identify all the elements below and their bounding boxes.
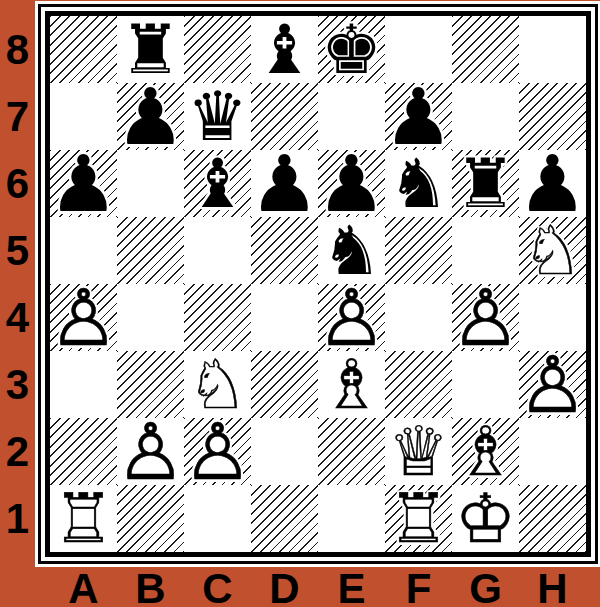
file-label-a: A: [50, 565, 117, 607]
square-f1[interactable]: ♜♖: [385, 485, 452, 552]
square-f7[interactable]: ♟♟: [385, 83, 452, 150]
square-a4[interactable]: ♟♙: [50, 284, 117, 351]
square-e7[interactable]: [318, 83, 385, 150]
piece-halo: ♟: [519, 351, 586, 418]
square-b3[interactable]: [117, 351, 184, 418]
white-pawn: ♙: [117, 418, 184, 485]
black-pawn: ♟: [385, 83, 452, 150]
square-d1[interactable]: [251, 485, 318, 552]
square-g4[interactable]: ♟♙: [452, 284, 519, 351]
piece-halo: ♟: [385, 83, 452, 150]
piece-halo: ♟: [50, 150, 117, 217]
chess-diagram: { "game": "chess", "position": { "fen": …: [0, 0, 600, 607]
square-c5[interactable]: [184, 217, 251, 284]
square-h5[interactable]: ♞♘: [519, 217, 586, 284]
white-pawn: ♙: [184, 418, 251, 485]
piece-halo: ♛: [385, 418, 452, 485]
square-c8[interactable]: [184, 16, 251, 83]
rank-label-1: 1: [0, 485, 35, 552]
piece-halo: ♞: [318, 217, 385, 284]
white-king: ♔: [452, 485, 519, 552]
piece-halo: ♟: [452, 284, 519, 351]
white-rook: ♖: [50, 485, 117, 552]
rank-label-2: 2: [0, 418, 35, 485]
white-queen: ♕: [385, 418, 452, 485]
square-a1[interactable]: ♜♖: [50, 485, 117, 552]
square-c6[interactable]: ♝♝: [184, 150, 251, 217]
piece-halo: ♜: [117, 16, 184, 83]
square-g8[interactable]: [452, 16, 519, 83]
square-e8[interactable]: ♚♚: [318, 16, 385, 83]
square-e6[interactable]: ♟♟: [318, 150, 385, 217]
square-f4[interactable]: [385, 284, 452, 351]
square-a3[interactable]: [50, 351, 117, 418]
square-d3[interactable]: [251, 351, 318, 418]
square-c3[interactable]: ♞♘: [184, 351, 251, 418]
square-f5[interactable]: [385, 217, 452, 284]
board-grid: ♜♜♝♝♚♚♟♟♛♛♟♟♟♟♝♝♟♟♟♟♞♞♜♜♟♟♞♞♞♘♟♙♟♙♟♙♞♘♝♗…: [50, 16, 586, 552]
file-label-b: B: [117, 565, 184, 607]
square-b8[interactable]: ♜♜: [117, 16, 184, 83]
piece-halo: ♞: [385, 150, 452, 217]
square-b4[interactable]: [117, 284, 184, 351]
square-d7[interactable]: [251, 83, 318, 150]
square-b6[interactable]: [117, 150, 184, 217]
square-d8[interactable]: ♝♝: [251, 16, 318, 83]
square-f6[interactable]: ♞♞: [385, 150, 452, 217]
square-h7[interactable]: [519, 83, 586, 150]
black-bishop: ♝: [184, 150, 251, 217]
square-b1[interactable]: [117, 485, 184, 552]
black-pawn: ♟: [318, 150, 385, 217]
square-h6[interactable]: ♟♟: [519, 150, 586, 217]
square-f8[interactable]: [385, 16, 452, 83]
square-a6[interactable]: ♟♟: [50, 150, 117, 217]
black-knight: ♞: [385, 150, 452, 217]
piece-halo: ♟: [50, 284, 117, 351]
rank-label-7: 7: [0, 83, 35, 150]
black-bishop: ♝: [251, 16, 318, 83]
square-g5[interactable]: [452, 217, 519, 284]
piece-halo: ♜: [452, 150, 519, 217]
white-pawn: ♙: [318, 284, 385, 351]
square-a2[interactable]: [50, 418, 117, 485]
file-label-c: C: [184, 565, 251, 607]
rank-label-3: 3: [0, 351, 35, 418]
white-knight: ♘: [184, 351, 251, 418]
square-d6[interactable]: ♟♟: [251, 150, 318, 217]
square-a7[interactable]: [50, 83, 117, 150]
square-e3[interactable]: ♝♗: [318, 351, 385, 418]
square-d4[interactable]: [251, 284, 318, 351]
piece-halo: ♟: [184, 418, 251, 485]
square-g1[interactable]: ♚♔: [452, 485, 519, 552]
piece-halo: ♞: [184, 351, 251, 418]
piece-halo: ♟: [117, 83, 184, 150]
white-pawn: ♙: [50, 284, 117, 351]
rank-labels: 87654321: [0, 16, 35, 552]
square-e5[interactable]: ♞♞: [318, 217, 385, 284]
file-label-g: G: [452, 565, 519, 607]
piece-halo: ♟: [117, 418, 184, 485]
square-a5[interactable]: [50, 217, 117, 284]
white-pawn: ♙: [519, 351, 586, 418]
file-labels: ABCDEFGH: [50, 565, 586, 605]
square-c2[interactable]: ♟♙: [184, 418, 251, 485]
file-label-h: H: [519, 565, 586, 607]
rank-label-5: 5: [0, 217, 35, 284]
square-b2[interactable]: ♟♙: [117, 418, 184, 485]
square-g2[interactable]: ♝♗: [452, 418, 519, 485]
square-g3[interactable]: [452, 351, 519, 418]
file-label-f: F: [385, 565, 452, 607]
piece-halo: ♜: [385, 485, 452, 552]
black-pawn: ♟: [251, 150, 318, 217]
square-e2[interactable]: [318, 418, 385, 485]
piece-halo: ♝: [251, 16, 318, 83]
piece-halo: ♟: [318, 284, 385, 351]
square-b5[interactable]: [117, 217, 184, 284]
square-e4[interactable]: ♟♙: [318, 284, 385, 351]
black-queen: ♛: [184, 83, 251, 150]
piece-halo: ♞: [519, 217, 586, 284]
black-rook: ♜: [117, 16, 184, 83]
square-d5[interactable]: [251, 217, 318, 284]
white-bishop: ♗: [452, 418, 519, 485]
square-c4[interactable]: [184, 284, 251, 351]
black-pawn: ♟: [519, 150, 586, 217]
square-g7[interactable]: [452, 83, 519, 150]
square-f2[interactable]: ♛♕: [385, 418, 452, 485]
square-h2[interactable]: [519, 418, 586, 485]
piece-halo: ♜: [50, 485, 117, 552]
square-e1[interactable]: [318, 485, 385, 552]
black-knight: ♞: [318, 217, 385, 284]
square-h3[interactable]: ♟♙: [519, 351, 586, 418]
piece-halo: ♛: [184, 83, 251, 150]
black-rook: ♜: [452, 150, 519, 217]
square-b7[interactable]: ♟♟: [117, 83, 184, 150]
square-f3[interactable]: [385, 351, 452, 418]
square-c1[interactable]: [184, 485, 251, 552]
square-a8[interactable]: [50, 16, 117, 83]
piece-halo: ♚: [452, 485, 519, 552]
piece-halo: ♝: [452, 418, 519, 485]
black-pawn: ♟: [117, 83, 184, 150]
piece-halo: ♚: [318, 16, 385, 83]
white-knight: ♘: [519, 217, 586, 284]
square-d2[interactable]: [251, 418, 318, 485]
white-rook: ♖: [385, 485, 452, 552]
black-pawn: ♟: [50, 150, 117, 217]
rank-label-4: 4: [0, 284, 35, 351]
square-g6[interactable]: ♜♜: [452, 150, 519, 217]
rank-label-8: 8: [0, 16, 35, 83]
piece-halo: ♟: [318, 150, 385, 217]
piece-halo: ♟: [251, 150, 318, 217]
piece-halo: ♝: [184, 150, 251, 217]
rank-label-6: 6: [0, 150, 35, 217]
file-label-e: E: [318, 565, 385, 607]
square-h8[interactable]: [519, 16, 586, 83]
white-bishop: ♗: [318, 351, 385, 418]
piece-halo: ♝: [318, 351, 385, 418]
file-label-d: D: [251, 565, 318, 607]
piece-halo: ♟: [519, 150, 586, 217]
chess-board: ♜♜♝♝♚♚♟♟♛♛♟♟♟♟♝♝♟♟♟♟♞♞♜♜♟♟♞♞♞♘♟♙♟♙♟♙♞♘♝♗…: [45, 11, 591, 557]
square-h4[interactable]: [519, 284, 586, 351]
white-pawn: ♙: [452, 284, 519, 351]
square-c7[interactable]: ♛♛: [184, 83, 251, 150]
black-king: ♚: [318, 16, 385, 83]
square-h1[interactable]: [519, 485, 586, 552]
